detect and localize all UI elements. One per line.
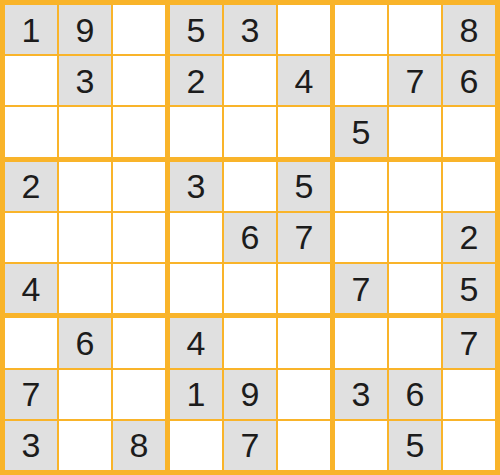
sudoku-cell-r8c3[interactable] — [113, 370, 165, 419]
sudoku-cell-r3c1[interactable] — [5, 107, 57, 156]
sudoku-cell-r8c2[interactable] — [59, 370, 111, 419]
sudoku-cell-r7c6[interactable] — [278, 318, 330, 367]
sudoku-cell-r4c6: 5 — [278, 162, 330, 211]
sudoku-box-5: 3567 — [170, 162, 330, 314]
sudoku-cell-r4c8[interactable] — [389, 162, 441, 211]
sudoku-cell-r9c8: 5 — [389, 421, 441, 470]
sudoku-cell-r2c5[interactable] — [224, 56, 276, 105]
sudoku-cell-r2c8: 7 — [389, 56, 441, 105]
sudoku-cell-r2c2: 3 — [59, 56, 111, 105]
sudoku-cell-r4c1: 2 — [5, 162, 57, 211]
sudoku-cell-r5c4[interactable] — [170, 213, 222, 262]
sudoku-cell-r9c4[interactable] — [170, 421, 222, 470]
sudoku-box-8: 4197 — [170, 318, 330, 470]
sudoku-cell-r9c5: 7 — [224, 421, 276, 470]
sudoku-cell-r7c9: 7 — [443, 318, 495, 367]
sudoku-cell-r5c2[interactable] — [59, 213, 111, 262]
sudoku-cell-r8c7: 3 — [335, 370, 387, 419]
sudoku-cell-r4c2[interactable] — [59, 162, 111, 211]
sudoku-cell-r1c5: 3 — [224, 5, 276, 54]
sudoku-cell-r6c9: 5 — [443, 264, 495, 313]
sudoku-cell-r4c9[interactable] — [443, 162, 495, 211]
sudoku-cell-r9c3: 8 — [113, 421, 165, 470]
sudoku-cell-r8c8: 6 — [389, 370, 441, 419]
sudoku-cell-r5c7[interactable] — [335, 213, 387, 262]
sudoku-cell-r1c8[interactable] — [389, 5, 441, 54]
sudoku-cell-r5c5: 6 — [224, 213, 276, 262]
sudoku-cell-r2c6: 4 — [278, 56, 330, 105]
sudoku-cell-r2c7[interactable] — [335, 56, 387, 105]
sudoku-cell-r4c5[interactable] — [224, 162, 276, 211]
sudoku-cell-r7c1[interactable] — [5, 318, 57, 367]
sudoku-box-2: 5324 — [170, 5, 330, 157]
sudoku-cell-r6c7: 7 — [335, 264, 387, 313]
sudoku-cell-r1c6[interactable] — [278, 5, 330, 54]
sudoku-cell-r3c6[interactable] — [278, 107, 330, 156]
sudoku-box-7: 6738 — [5, 318, 165, 470]
sudoku-cell-r3c7: 5 — [335, 107, 387, 156]
sudoku-board: 19353248765243567275673841977365 — [0, 0, 500, 475]
sudoku-box-9: 7365 — [335, 318, 495, 470]
sudoku-cell-r3c5[interactable] — [224, 107, 276, 156]
sudoku-cell-r8c6[interactable] — [278, 370, 330, 419]
sudoku-box-1: 193 — [5, 5, 165, 157]
sudoku-box-3: 8765 — [335, 5, 495, 157]
sudoku-cell-r4c4: 3 — [170, 162, 222, 211]
sudoku-cell-r9c2[interactable] — [59, 421, 111, 470]
sudoku-cell-r3c3[interactable] — [113, 107, 165, 156]
sudoku-cell-r1c1: 1 — [5, 5, 57, 54]
sudoku-cell-r1c2: 9 — [59, 5, 111, 54]
sudoku-cell-r5c8[interactable] — [389, 213, 441, 262]
sudoku-cell-r6c5[interactable] — [224, 264, 276, 313]
sudoku-cell-r6c6[interactable] — [278, 264, 330, 313]
sudoku-cell-r7c2: 6 — [59, 318, 111, 367]
sudoku-cell-r6c4[interactable] — [170, 264, 222, 313]
sudoku-cell-r4c3[interactable] — [113, 162, 165, 211]
sudoku-cell-r3c4[interactable] — [170, 107, 222, 156]
sudoku-cell-r5c6: 7 — [278, 213, 330, 262]
sudoku-cell-r3c8[interactable] — [389, 107, 441, 156]
sudoku-cell-r9c6[interactable] — [278, 421, 330, 470]
sudoku-cell-r9c1: 3 — [5, 421, 57, 470]
sudoku-cell-r3c9[interactable] — [443, 107, 495, 156]
sudoku-cell-r9c9[interactable] — [443, 421, 495, 470]
sudoku-cell-r8c9[interactable] — [443, 370, 495, 419]
sudoku-cell-r5c9: 2 — [443, 213, 495, 262]
sudoku-cell-r5c3[interactable] — [113, 213, 165, 262]
sudoku-cell-r3c2[interactable] — [59, 107, 111, 156]
sudoku-cell-r6c3[interactable] — [113, 264, 165, 313]
sudoku-cell-r1c7[interactable] — [335, 5, 387, 54]
sudoku-cell-r2c4: 2 — [170, 56, 222, 105]
sudoku-box-4: 24 — [5, 162, 165, 314]
sudoku-cell-r7c8[interactable] — [389, 318, 441, 367]
sudoku-box-6: 275 — [335, 162, 495, 314]
sudoku-cell-r7c4: 4 — [170, 318, 222, 367]
sudoku-cell-r8c5: 9 — [224, 370, 276, 419]
sudoku-cell-r1c3[interactable] — [113, 5, 165, 54]
sudoku-cell-r6c2[interactable] — [59, 264, 111, 313]
sudoku-cell-r6c1: 4 — [5, 264, 57, 313]
sudoku-cell-r9c7[interactable] — [335, 421, 387, 470]
sudoku-cell-r2c9: 6 — [443, 56, 495, 105]
sudoku-cell-r7c7[interactable] — [335, 318, 387, 367]
sudoku-cell-r7c5[interactable] — [224, 318, 276, 367]
sudoku-cell-r1c9: 8 — [443, 5, 495, 54]
sudoku-cell-r8c4: 1 — [170, 370, 222, 419]
sudoku-cell-r5c1[interactable] — [5, 213, 57, 262]
sudoku-cell-r7c3[interactable] — [113, 318, 165, 367]
sudoku-cell-r2c1[interactable] — [5, 56, 57, 105]
sudoku-cell-r4c7[interactable] — [335, 162, 387, 211]
sudoku-cell-r8c1: 7 — [5, 370, 57, 419]
sudoku-cell-r2c3[interactable] — [113, 56, 165, 105]
sudoku-cell-r1c4: 5 — [170, 5, 222, 54]
sudoku-cell-r6c8[interactable] — [389, 264, 441, 313]
